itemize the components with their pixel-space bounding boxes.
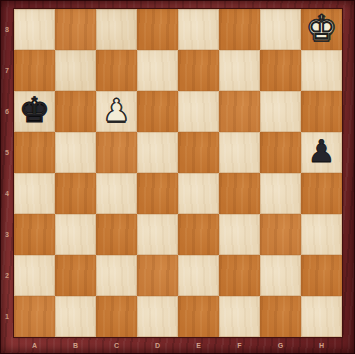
square-b6[interactable]: [55, 91, 96, 132]
square-e1[interactable]: [178, 296, 219, 337]
rank-label-4: 4: [0, 173, 14, 214]
square-h2[interactable]: [301, 255, 342, 296]
square-f1[interactable]: [219, 296, 260, 337]
square-e3[interactable]: [178, 214, 219, 255]
square-a2[interactable]: [14, 255, 55, 296]
square-h4[interactable]: [301, 173, 342, 214]
square-a5[interactable]: [14, 132, 55, 173]
rank-label-3: 3: [0, 214, 14, 255]
rank-label-2: 2: [0, 255, 14, 296]
square-e7[interactable]: [178, 50, 219, 91]
white-king[interactable]: ♚: [306, 11, 337, 46]
square-d5[interactable]: [137, 132, 178, 173]
square-h6[interactable]: [301, 91, 342, 132]
square-f3[interactable]: [219, 214, 260, 255]
square-h8[interactable]: ♚: [301, 9, 342, 50]
black-pawn[interactable]: ♟: [308, 136, 336, 167]
square-b3[interactable]: [55, 214, 96, 255]
rank-label-8: 8: [0, 9, 14, 50]
square-g3[interactable]: [260, 214, 301, 255]
black-king[interactable]: ♚: [19, 93, 50, 128]
file-label-e: E: [178, 337, 219, 354]
square-f5[interactable]: [219, 132, 260, 173]
square-b2[interactable]: [55, 255, 96, 296]
file-label-h: H: [301, 337, 342, 354]
square-e8[interactable]: [178, 9, 219, 50]
square-e4[interactable]: [178, 173, 219, 214]
square-d6[interactable]: [137, 91, 178, 132]
square-a1[interactable]: [14, 296, 55, 337]
square-a4[interactable]: [14, 173, 55, 214]
square-b5[interactable]: [55, 132, 96, 173]
square-d1[interactable]: [137, 296, 178, 337]
square-d4[interactable]: [137, 173, 178, 214]
square-d3[interactable]: [137, 214, 178, 255]
square-g5[interactable]: [260, 132, 301, 173]
file-labels: ABCDEFGH: [14, 337, 342, 354]
file-label-b: B: [55, 337, 96, 354]
chess-board: ♚♚♟♟: [14, 9, 342, 337]
square-h1[interactable]: [301, 296, 342, 337]
square-b1[interactable]: [55, 296, 96, 337]
file-label-f: F: [219, 337, 260, 354]
square-e5[interactable]: [178, 132, 219, 173]
square-g4[interactable]: [260, 173, 301, 214]
square-c7[interactable]: [96, 50, 137, 91]
square-c3[interactable]: [96, 214, 137, 255]
square-h3[interactable]: [301, 214, 342, 255]
square-c2[interactable]: [96, 255, 137, 296]
file-label-d: D: [137, 337, 178, 354]
square-e6[interactable]: [178, 91, 219, 132]
square-c1[interactable]: [96, 296, 137, 337]
square-g8[interactable]: [260, 9, 301, 50]
square-d7[interactable]: [137, 50, 178, 91]
rank-label-7: 7: [0, 50, 14, 91]
square-a8[interactable]: [14, 9, 55, 50]
rank-labels: 87654321: [0, 9, 14, 337]
square-g7[interactable]: [260, 50, 301, 91]
square-f2[interactable]: [219, 255, 260, 296]
file-label-a: A: [14, 337, 55, 354]
square-d8[interactable]: [137, 9, 178, 50]
square-f8[interactable]: [219, 9, 260, 50]
square-c4[interactable]: [96, 173, 137, 214]
square-g1[interactable]: [260, 296, 301, 337]
file-label-c: C: [96, 337, 137, 354]
square-f6[interactable]: [219, 91, 260, 132]
chess-board-frame: ♚♚♟♟ 87654321 ABCDEFGH: [0, 0, 355, 354]
rank-label-6: 6: [0, 91, 14, 132]
square-d2[interactable]: [137, 255, 178, 296]
rank-label-5: 5: [0, 132, 14, 173]
square-a7[interactable]: [14, 50, 55, 91]
white-pawn[interactable]: ♟: [103, 95, 131, 126]
square-c5[interactable]: [96, 132, 137, 173]
square-a3[interactable]: [14, 214, 55, 255]
square-b4[interactable]: [55, 173, 96, 214]
square-g6[interactable]: [260, 91, 301, 132]
square-b8[interactable]: [55, 9, 96, 50]
rank-label-1: 1: [0, 296, 14, 337]
square-a6[interactable]: ♚: [14, 91, 55, 132]
square-c8[interactable]: [96, 9, 137, 50]
square-e2[interactable]: [178, 255, 219, 296]
square-f7[interactable]: [219, 50, 260, 91]
square-c6[interactable]: ♟: [96, 91, 137, 132]
file-label-g: G: [260, 337, 301, 354]
square-b7[interactable]: [55, 50, 96, 91]
square-f4[interactable]: [219, 173, 260, 214]
square-h7[interactable]: [301, 50, 342, 91]
square-h5[interactable]: ♟: [301, 132, 342, 173]
square-g2[interactable]: [260, 255, 301, 296]
